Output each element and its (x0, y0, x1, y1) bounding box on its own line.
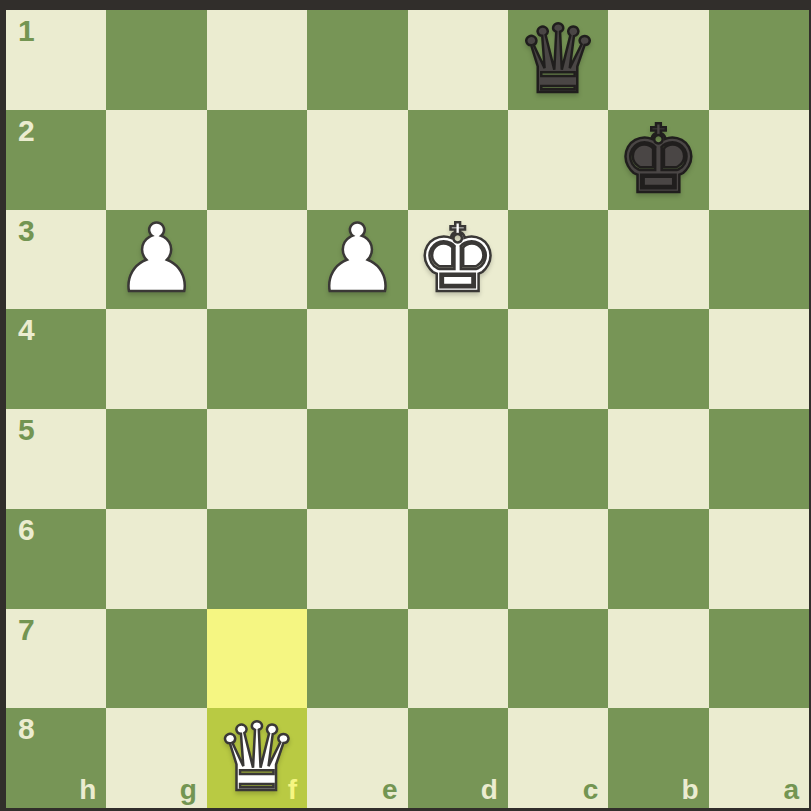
square-a7[interactable] (709, 609, 809, 709)
square-a2[interactable] (709, 110, 809, 210)
square-d8[interactable]: d (408, 708, 508, 808)
square-e6[interactable] (307, 509, 407, 609)
square-c7[interactable] (508, 609, 608, 709)
square-e7[interactable] (307, 609, 407, 709)
rank-label-6: 6 (18, 515, 35, 545)
square-f1[interactable] (207, 10, 307, 110)
file-label-d: d (481, 776, 498, 804)
rank-label-2: 2 (18, 116, 35, 146)
square-a6[interactable] (709, 509, 809, 609)
square-g7[interactable] (106, 609, 206, 709)
square-d5[interactable] (408, 409, 508, 509)
square-e5[interactable] (307, 409, 407, 509)
square-b4[interactable] (608, 309, 708, 409)
square-a3[interactable] (709, 210, 809, 310)
square-g2[interactable] (106, 110, 206, 210)
square-g3[interactable]: ♟ (106, 210, 206, 310)
file-label-h: h (79, 776, 96, 804)
square-d4[interactable] (408, 309, 508, 409)
square-a8[interactable]: a (709, 708, 809, 808)
square-a4[interactable] (709, 309, 809, 409)
square-e2[interactable] (307, 110, 407, 210)
square-h6[interactable]: 6 (6, 509, 106, 609)
square-b6[interactable] (608, 509, 708, 609)
square-h2[interactable]: 2 (6, 110, 106, 210)
square-g8[interactable]: g (106, 708, 206, 808)
square-a1[interactable] (709, 10, 809, 110)
white-king[interactable]: ♚ (408, 210, 508, 310)
square-e1[interactable] (307, 10, 407, 110)
square-b2[interactable]: ♚ (608, 110, 708, 210)
square-f3[interactable] (207, 210, 307, 310)
chess-app-background: 1♛2♚3♟♟♚45678hgf♛edcba (0, 0, 811, 811)
file-label-e: e (382, 776, 398, 804)
square-b8[interactable]: b (608, 708, 708, 808)
file-label-g: g (180, 776, 197, 804)
square-g4[interactable] (106, 309, 206, 409)
rank-label-5: 5 (18, 415, 35, 445)
square-b7[interactable] (608, 609, 708, 709)
square-c6[interactable] (508, 509, 608, 609)
rank-label-8: 8 (18, 714, 35, 744)
rank-label-4: 4 (18, 315, 35, 345)
black-king[interactable]: ♚ (608, 110, 708, 210)
square-c1[interactable]: ♛ (508, 10, 608, 110)
square-b1[interactable] (608, 10, 708, 110)
square-h4[interactable]: 4 (6, 309, 106, 409)
square-b3[interactable] (608, 210, 708, 310)
square-b5[interactable] (608, 409, 708, 509)
square-h8[interactable]: 8h (6, 708, 106, 808)
black-queen[interactable]: ♛ (508, 10, 608, 110)
square-f8[interactable]: f♛ (207, 708, 307, 808)
square-a5[interactable] (709, 409, 809, 509)
square-e4[interactable] (307, 309, 407, 409)
square-c5[interactable] (508, 409, 608, 509)
square-d3[interactable]: ♚ (408, 210, 508, 310)
file-label-b: b (682, 776, 699, 804)
square-h5[interactable]: 5 (6, 409, 106, 509)
square-g5[interactable] (106, 409, 206, 509)
white-queen[interactable]: ♛ (207, 708, 307, 808)
square-d2[interactable] (408, 110, 508, 210)
square-f2[interactable] (207, 110, 307, 210)
square-c3[interactable] (508, 210, 608, 310)
chess-board: 1♛2♚3♟♟♚45678hgf♛edcba (6, 10, 809, 808)
square-g6[interactable] (106, 509, 206, 609)
white-pawn[interactable]: ♟ (307, 210, 407, 310)
square-d7[interactable] (408, 609, 508, 709)
square-d1[interactable] (408, 10, 508, 110)
file-label-a: a (783, 776, 799, 804)
square-h3[interactable]: 3 (6, 210, 106, 310)
square-e3[interactable]: ♟ (307, 210, 407, 310)
square-h1[interactable]: 1 (6, 10, 106, 110)
rank-label-7: 7 (18, 615, 35, 645)
square-d6[interactable] (408, 509, 508, 609)
square-c4[interactable] (508, 309, 608, 409)
square-c8[interactable]: c (508, 708, 608, 808)
square-g1[interactable] (106, 10, 206, 110)
square-e8[interactable]: e (307, 708, 407, 808)
rank-label-3: 3 (18, 216, 35, 246)
square-f4[interactable] (207, 309, 307, 409)
square-f6[interactable] (207, 509, 307, 609)
square-h7[interactable]: 7 (6, 609, 106, 709)
square-c2[interactable] (508, 110, 608, 210)
rank-label-1: 1 (18, 16, 35, 46)
square-f7[interactable] (207, 609, 307, 709)
square-f5[interactable] (207, 409, 307, 509)
white-pawn[interactable]: ♟ (106, 210, 206, 310)
file-label-c: c (583, 776, 599, 804)
